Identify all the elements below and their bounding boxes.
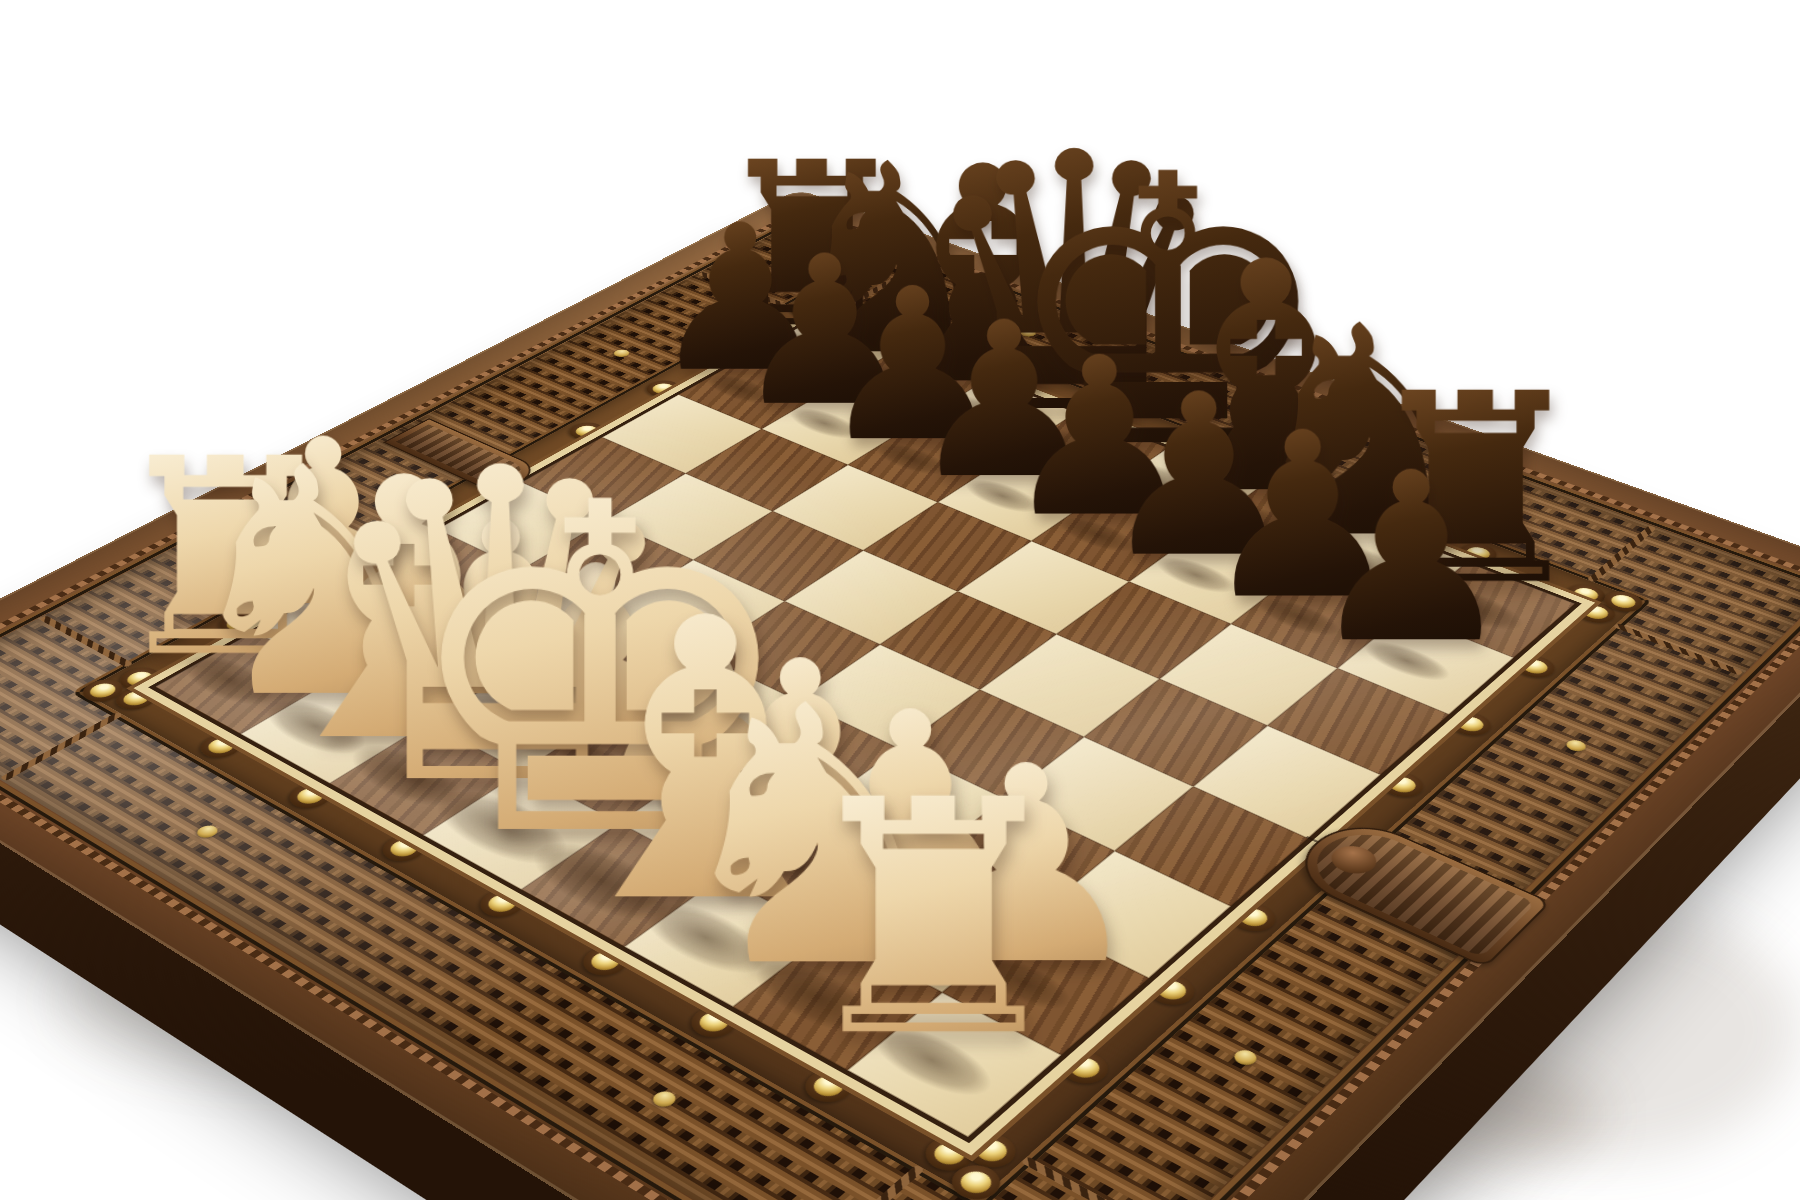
photo-background: ♜♞♝♛♚♝♞♜♟♟♟♟♟♟♟♟♟♟♟♟♟♟♟♟♜♞♝♛♚♝♞♜ (0, 0, 1800, 1200)
black-pawn-icon: ♟ (1306, 442, 1515, 676)
white-rook-icon: ♜ (789, 758, 1079, 1081)
scene: ♜♞♝♛♚♝♞♜♟♟♟♟♟♟♟♟♟♟♟♟♟♟♟♟♜♞♝♛♚♝♞♜ (0, 0, 1800, 1200)
piece-white-rook-h1: ♜ (665, 545, 1201, 1081)
